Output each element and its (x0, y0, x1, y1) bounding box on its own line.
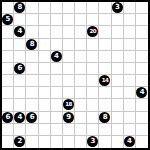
cell-r3c4[interactable] (51, 39, 63, 51)
cell-r1c5[interactable] (63, 14, 75, 26)
cell-r8c7[interactable] (87, 99, 99, 111)
cell-r10c5[interactable] (63, 124, 75, 136)
cell-r8c3[interactable] (39, 99, 51, 111)
cell-r3c6[interactable] (75, 39, 87, 51)
cell-r1c6[interactable] (75, 14, 87, 26)
cell-r2c5[interactable] (63, 26, 75, 38)
clue-circle: 8 (14, 2, 25, 13)
cell-r0c6[interactable] (75, 2, 87, 14)
cell-r5c2[interactable] (26, 63, 38, 75)
cell-r7c6[interactable] (75, 87, 87, 99)
cell-r1c8[interactable] (99, 14, 111, 26)
clue-circle: 6 (2, 112, 13, 123)
cell-r6c3[interactable] (39, 75, 51, 87)
cell-r6c11[interactable] (136, 75, 148, 87)
cell-r4c4[interactable]: 4 (51, 51, 63, 63)
cell-r9c3[interactable] (39, 112, 51, 124)
cell-r4c10[interactable] (124, 51, 136, 63)
cell-r4c0[interactable] (2, 51, 14, 63)
cell-r2c0[interactable] (2, 26, 14, 38)
cell-r3c5[interactable] (63, 39, 75, 51)
clue-circle: 4 (14, 112, 25, 123)
cell-r0c3[interactable] (39, 2, 51, 14)
cell-r10c9[interactable] (112, 124, 124, 136)
clue-circle: 8 (26, 39, 37, 50)
cell-r5c1[interactable]: 6 (14, 63, 26, 75)
cell-r6c8[interactable]: 14 (99, 75, 111, 87)
cell-r3c8[interactable] (99, 39, 111, 51)
cell-r11c11[interactable] (136, 136, 148, 148)
cell-r9c10[interactable] (124, 112, 136, 124)
cell-r5c5[interactable] (63, 63, 75, 75)
cell-r7c11[interactable]: 4 (136, 87, 148, 99)
clue-circle: 6 (26, 112, 37, 123)
cell-r9c4[interactable] (51, 112, 63, 124)
cell-r5c4[interactable] (51, 63, 63, 75)
cell-r0c8[interactable] (99, 2, 111, 14)
cell-r0c1[interactable]: 8 (14, 2, 26, 14)
cell-r3c11[interactable] (136, 39, 148, 51)
cell-r6c0[interactable] (2, 75, 14, 87)
cell-r8c4[interactable] (51, 99, 63, 111)
cell-r8c8[interactable] (99, 99, 111, 111)
cell-r1c11[interactable] (136, 14, 148, 26)
cell-r2c3[interactable] (39, 26, 51, 38)
cell-r9c8[interactable]: 8 (99, 112, 111, 124)
cell-r8c6[interactable] (75, 99, 87, 111)
cell-r3c3[interactable] (39, 39, 51, 51)
cell-r5c9[interactable] (112, 63, 124, 75)
cell-r7c0[interactable] (2, 87, 14, 99)
cell-r0c7[interactable] (87, 2, 99, 14)
cell-r1c1[interactable] (14, 14, 26, 26)
cell-r4c3[interactable] (39, 51, 51, 63)
cell-r4c5[interactable] (63, 51, 75, 63)
cell-r4c8[interactable] (99, 51, 111, 63)
cell-r8c0[interactable] (2, 99, 14, 111)
cell-r7c7[interactable] (87, 87, 99, 99)
cell-r10c11[interactable] (136, 124, 148, 136)
cell-r3c1[interactable] (14, 39, 26, 51)
cell-r1c0[interactable]: 5 (2, 14, 14, 26)
cell-r10c6[interactable] (75, 124, 87, 136)
cell-r0c2[interactable] (26, 2, 38, 14)
cell-r1c3[interactable] (39, 14, 51, 26)
cell-r11c2[interactable] (26, 136, 38, 148)
cell-r8c5[interactable]: 18 (63, 99, 75, 111)
clue-circle: 6 (14, 63, 25, 74)
cell-r6c10[interactable] (124, 75, 136, 87)
clue-circle: 4 (136, 87, 147, 98)
cell-r9c1[interactable]: 4 (14, 112, 26, 124)
cell-r5c0[interactable] (2, 63, 14, 75)
cell-r7c1[interactable] (14, 87, 26, 99)
cell-r1c2[interactable] (26, 14, 38, 26)
cell-r11c6[interactable] (75, 136, 87, 148)
clue-circle: 8 (99, 112, 110, 123)
cell-r11c1[interactable]: 2 (14, 136, 26, 148)
cell-r11c5[interactable] (63, 136, 75, 148)
cell-r11c10[interactable]: 4 (124, 136, 136, 148)
clue-circle: 20 (87, 26, 98, 37)
cell-r4c11[interactable] (136, 51, 148, 63)
clue-circle: 18 (63, 99, 74, 110)
cell-r2c7[interactable]: 20 (87, 26, 99, 38)
cell-r6c9[interactable] (112, 75, 124, 87)
cell-r4c1[interactable] (14, 51, 26, 63)
cell-r3c7[interactable] (87, 39, 99, 51)
cell-r2c1[interactable]: 4 (14, 26, 26, 38)
cell-r11c4[interactable] (51, 136, 63, 148)
cell-r9c9[interactable] (112, 112, 124, 124)
cell-r2c4[interactable] (51, 26, 63, 38)
cell-r2c9[interactable] (112, 26, 124, 38)
cell-r8c1[interactable] (14, 99, 26, 111)
cell-r11c9[interactable] (112, 136, 124, 148)
cell-r5c6[interactable] (75, 63, 87, 75)
cell-r9c0[interactable]: 6 (2, 112, 14, 124)
clue-circle: 2 (14, 136, 25, 147)
cell-r3c10[interactable] (124, 39, 136, 51)
cell-r5c3[interactable] (39, 63, 51, 75)
clue-circle: 3 (112, 2, 123, 13)
clue-circle: 14 (99, 75, 110, 86)
cell-r1c7[interactable] (87, 14, 99, 26)
cell-r8c10[interactable] (124, 99, 136, 111)
cell-r11c7[interactable]: 3 (87, 136, 99, 148)
cell-r10c2[interactable] (26, 124, 38, 136)
cell-r10c4[interactable] (51, 124, 63, 136)
cell-r9c6[interactable] (75, 112, 87, 124)
clue-circle: 4 (14, 26, 25, 37)
cell-r4c2[interactable] (26, 51, 38, 63)
cell-r9c2[interactable]: 6 (26, 112, 38, 124)
cell-r0c10[interactable] (124, 2, 136, 14)
cell-r4c9[interactable] (112, 51, 124, 63)
cell-r1c10[interactable] (124, 14, 136, 26)
cell-r10c1[interactable] (14, 124, 26, 136)
clue-circle: 5 (2, 14, 13, 25)
cell-r6c4[interactable] (51, 75, 63, 87)
cell-r0c0[interactable] (2, 2, 14, 14)
cell-r0c5[interactable] (63, 2, 75, 14)
cell-r0c9[interactable]: 3 (112, 2, 124, 14)
cell-r2c11[interactable] (136, 26, 148, 38)
clue-circle: 4 (51, 51, 62, 62)
cell-r10c7[interactable] (87, 124, 99, 136)
cell-r7c3[interactable] (39, 87, 51, 99)
cell-r10c0[interactable] (2, 124, 14, 136)
cell-r8c11[interactable] (136, 99, 148, 111)
cell-r5c7[interactable] (87, 63, 99, 75)
cell-r4c6[interactable] (75, 51, 87, 63)
clue-circle: 3 (87, 136, 98, 147)
cell-r8c9[interactable] (112, 99, 124, 111)
cell-r6c6[interactable] (75, 75, 87, 87)
cell-r8c2[interactable] (26, 99, 38, 111)
cell-r0c11[interactable] (136, 2, 148, 14)
cell-r2c6[interactable] (75, 26, 87, 38)
cell-r11c0[interactable] (2, 136, 14, 148)
cell-r5c8[interactable] (99, 63, 111, 75)
cell-r7c9[interactable] (112, 87, 124, 99)
cell-r7c10[interactable] (124, 87, 136, 99)
cell-r10c10[interactable] (124, 124, 136, 136)
puzzle-stage: 8354208461441864698234 (0, 0, 150, 150)
cell-r5c10[interactable] (124, 63, 136, 75)
cell-r2c8[interactable] (99, 26, 111, 38)
cell-r3c0[interactable] (2, 39, 14, 51)
cell-r9c7[interactable] (87, 112, 99, 124)
cell-r11c8[interactable] (99, 136, 111, 148)
cell-r10c8[interactable] (99, 124, 111, 136)
cell-r11c3[interactable] (39, 136, 51, 148)
puzzle-board: 8354208461441864698234 (0, 0, 150, 150)
cell-r3c2[interactable]: 8 (26, 39, 38, 51)
cell-r1c9[interactable] (112, 14, 124, 26)
cell-r6c5[interactable] (63, 75, 75, 87)
cell-r7c4[interactable] (51, 87, 63, 99)
cell-r2c10[interactable] (124, 26, 136, 38)
cell-r6c1[interactable] (14, 75, 26, 87)
cell-r9c11[interactable] (136, 112, 148, 124)
cell-r1c4[interactable] (51, 14, 63, 26)
cell-r5c11[interactable] (136, 63, 148, 75)
cell-r3c9[interactable] (112, 39, 124, 51)
cell-r7c5[interactable] (63, 87, 75, 99)
cell-r10c3[interactable] (39, 124, 51, 136)
cell-r0c4[interactable] (51, 2, 63, 14)
cell-r6c7[interactable] (87, 75, 99, 87)
cell-r2c2[interactable] (26, 26, 38, 38)
clue-circle: 4 (124, 136, 135, 147)
cell-r7c8[interactable] (99, 87, 111, 99)
cell-r9c5[interactable]: 9 (63, 112, 75, 124)
cell-r7c2[interactable] (26, 87, 38, 99)
cell-r4c7[interactable] (87, 51, 99, 63)
cell-r6c2[interactable] (26, 75, 38, 87)
clue-circle: 9 (63, 112, 74, 123)
